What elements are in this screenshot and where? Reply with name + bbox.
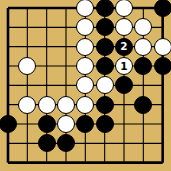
intersection[interactable] xyxy=(95,37,114,56)
white-stone xyxy=(57,115,75,133)
black-stone xyxy=(154,0,171,17)
move-number-label: 2 xyxy=(120,41,127,52)
intersection[interactable]: 1 xyxy=(114,56,133,75)
intersection[interactable] xyxy=(37,18,56,37)
intersection[interactable] xyxy=(56,0,75,18)
intersection[interactable] xyxy=(18,76,37,95)
black-stone xyxy=(96,57,114,75)
white-stone: 1 xyxy=(115,57,133,75)
intersection[interactable] xyxy=(56,18,75,37)
intersection[interactable] xyxy=(114,114,133,133)
intersection[interactable] xyxy=(0,153,18,171)
intersection[interactable] xyxy=(0,37,18,56)
white-stone xyxy=(38,96,56,114)
intersection[interactable] xyxy=(134,95,153,114)
intersection[interactable] xyxy=(0,0,18,18)
white-stone xyxy=(115,0,133,17)
intersection[interactable] xyxy=(134,76,153,95)
intersection[interactable] xyxy=(153,18,171,37)
black-stone xyxy=(96,0,114,17)
intersection[interactable] xyxy=(153,37,171,56)
intersection[interactable] xyxy=(95,95,114,114)
intersection[interactable] xyxy=(56,56,75,75)
intersection[interactable] xyxy=(18,153,37,171)
intersection[interactable] xyxy=(56,114,75,133)
intersection[interactable] xyxy=(18,134,37,153)
intersection[interactable] xyxy=(114,134,133,153)
intersection[interactable] xyxy=(56,76,75,95)
intersection[interactable] xyxy=(37,95,56,114)
intersection[interactable] xyxy=(95,56,114,75)
black-stone xyxy=(76,115,94,133)
black-stone: 2 xyxy=(115,38,133,56)
intersection[interactable] xyxy=(56,37,75,56)
intersection[interactable] xyxy=(134,56,153,75)
black-stone xyxy=(96,38,114,56)
white-stone xyxy=(154,38,171,56)
intersection[interactable] xyxy=(56,134,75,153)
white-stone xyxy=(76,96,94,114)
white-stone xyxy=(96,76,114,94)
intersection[interactable] xyxy=(153,95,171,114)
intersection[interactable] xyxy=(95,153,114,171)
intersection[interactable] xyxy=(114,76,133,95)
intersection[interactable]: 2 xyxy=(114,37,133,56)
intersection[interactable] xyxy=(95,0,114,18)
intersection[interactable] xyxy=(134,18,153,37)
intersection[interactable] xyxy=(95,134,114,153)
white-stone xyxy=(134,38,152,56)
intersection[interactable] xyxy=(18,18,37,37)
white-stone xyxy=(134,18,152,36)
intersection[interactable] xyxy=(114,95,133,114)
intersection[interactable] xyxy=(76,153,95,171)
black-stone xyxy=(57,134,75,152)
intersection[interactable] xyxy=(153,114,171,133)
black-stone xyxy=(38,115,56,133)
intersection[interactable] xyxy=(95,76,114,95)
white-stone xyxy=(57,96,75,114)
intersection[interactable] xyxy=(37,37,56,56)
black-stone xyxy=(115,76,133,94)
move-number-label: 1 xyxy=(120,61,127,72)
intersection[interactable] xyxy=(76,18,95,37)
intersection[interactable] xyxy=(0,56,18,75)
intersection[interactable] xyxy=(76,76,95,95)
intersection[interactable] xyxy=(134,134,153,153)
intersection[interactable] xyxy=(18,0,37,18)
intersection[interactable] xyxy=(153,0,171,18)
intersection[interactable] xyxy=(18,95,37,114)
intersection[interactable] xyxy=(37,114,56,133)
intersection[interactable] xyxy=(76,37,95,56)
intersection[interactable] xyxy=(0,134,18,153)
black-stone xyxy=(96,18,114,36)
intersection[interactable] xyxy=(37,134,56,153)
intersection[interactable] xyxy=(56,153,75,171)
intersection[interactable] xyxy=(114,18,133,37)
intersection[interactable] xyxy=(114,153,133,171)
black-stone xyxy=(134,96,152,114)
intersection[interactable] xyxy=(37,56,56,75)
board-intersections: 21 xyxy=(0,0,171,171)
white-stone xyxy=(18,57,36,75)
black-stone xyxy=(38,134,56,152)
intersection[interactable] xyxy=(95,18,114,37)
intersection[interactable] xyxy=(18,37,37,56)
white-stone xyxy=(76,0,94,17)
white-stone xyxy=(76,18,94,36)
intersection[interactable] xyxy=(76,114,95,133)
black-stone xyxy=(96,115,114,133)
white-stone xyxy=(76,57,94,75)
intersection[interactable] xyxy=(18,56,37,75)
white-stone xyxy=(76,76,94,94)
black-stone xyxy=(154,57,171,75)
intersection[interactable] xyxy=(76,95,95,114)
intersection[interactable] xyxy=(76,56,95,75)
black-stone xyxy=(0,115,17,133)
intersection[interactable] xyxy=(134,0,153,18)
intersection[interactable] xyxy=(153,153,171,171)
intersection[interactable] xyxy=(0,18,18,37)
intersection[interactable] xyxy=(37,153,56,171)
intersection[interactable] xyxy=(56,95,75,114)
go-board: 21 xyxy=(0,0,171,171)
intersection[interactable] xyxy=(134,153,153,171)
intersection[interactable] xyxy=(0,95,18,114)
intersection[interactable] xyxy=(134,114,153,133)
white-stone xyxy=(76,38,94,56)
intersection[interactable] xyxy=(37,0,56,18)
white-stone xyxy=(18,96,36,114)
intersection[interactable] xyxy=(37,76,56,95)
intersection[interactable] xyxy=(114,0,133,18)
intersection[interactable] xyxy=(76,0,95,18)
intersection[interactable] xyxy=(95,114,114,133)
intersection[interactable] xyxy=(76,134,95,153)
white-stone xyxy=(115,18,133,36)
black-stone xyxy=(134,57,152,75)
intersection[interactable] xyxy=(0,76,18,95)
intersection[interactable] xyxy=(153,56,171,75)
intersection[interactable] xyxy=(134,37,153,56)
intersection[interactable] xyxy=(18,114,37,133)
intersection[interactable] xyxy=(153,134,171,153)
intersection[interactable] xyxy=(0,114,18,133)
intersection[interactable] xyxy=(153,76,171,95)
black-stone xyxy=(96,96,114,114)
